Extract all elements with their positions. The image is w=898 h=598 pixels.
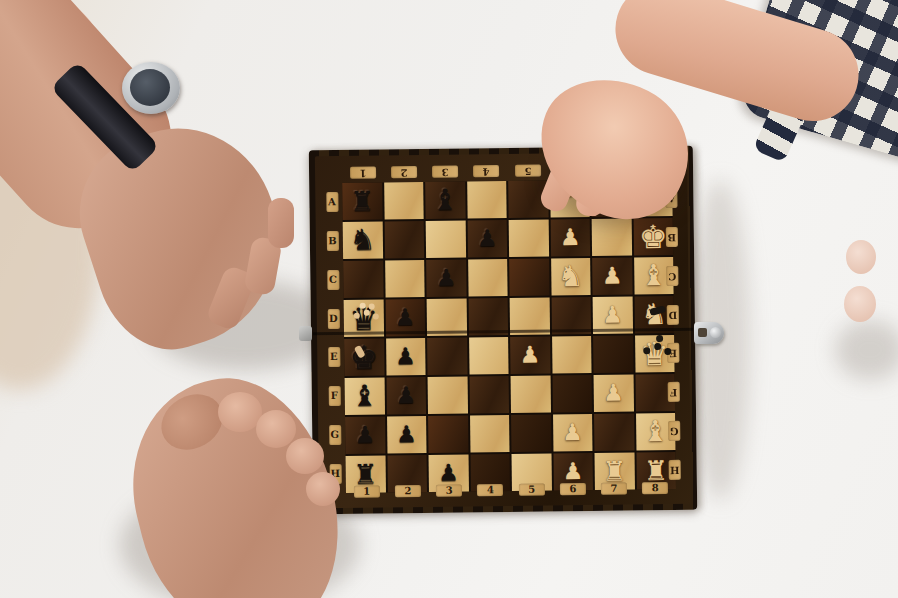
black-knight[interactable]: ♞ bbox=[349, 226, 375, 255]
black-queen[interactable]: ♛ bbox=[349, 302, 378, 334]
white-pawn[interactable]: ♟ bbox=[562, 421, 583, 444]
fist-knuckle bbox=[256, 410, 296, 448]
file-label-left-cell: F bbox=[326, 377, 343, 416]
square-b6[interactable]: ♟ bbox=[550, 219, 590, 256]
file-label-left-cell: B bbox=[324, 222, 341, 261]
white-pawn[interactable]: ♟ bbox=[520, 344, 541, 367]
rank-label-bottom-3: 3 bbox=[436, 484, 462, 496]
right-hand-knuckle bbox=[844, 286, 876, 322]
file-label-right-F: F bbox=[667, 382, 679, 402]
square-d1[interactable]: ♛ bbox=[344, 299, 384, 336]
white-pawn[interactable]: ♟ bbox=[603, 382, 624, 405]
square-e7[interactable] bbox=[593, 335, 633, 372]
white-pawn[interactable]: ♟ bbox=[560, 226, 581, 249]
white-king[interactable]: ♚ bbox=[639, 220, 668, 252]
rank-label-top-cell: 1 bbox=[342, 163, 383, 181]
square-g2[interactable]: ♟ bbox=[387, 416, 427, 453]
square-e8[interactable]: ♛ bbox=[635, 335, 675, 372]
white-pawn[interactable]: ♟ bbox=[602, 265, 623, 288]
rank-label-top-1: 1 bbox=[350, 166, 376, 178]
rank-label-bottom-6: 6 bbox=[560, 483, 586, 495]
file-label-left-cell: G bbox=[326, 415, 343, 454]
file-label-right-H: H bbox=[668, 459, 680, 479]
white-rook[interactable]: ♜ bbox=[644, 457, 669, 484]
rank-label-top-cell: 3 bbox=[424, 162, 465, 180]
square-e1[interactable]: ♚ bbox=[344, 338, 384, 375]
square-g1[interactable]: ♟ bbox=[345, 416, 385, 453]
fold-clasp bbox=[694, 322, 724, 344]
file-label-left-cell: A bbox=[323, 183, 340, 222]
square-b2[interactable] bbox=[384, 221, 424, 258]
file-label-right-C: C bbox=[666, 266, 678, 286]
fist-knuckle bbox=[286, 438, 324, 474]
square-a2[interactable] bbox=[384, 182, 424, 219]
black-pawn[interactable]: ♟ bbox=[395, 306, 416, 329]
file-labels-left: ABCDEFGH bbox=[323, 183, 344, 493]
white-bishop[interactable]: ♝ bbox=[642, 417, 668, 446]
square-b8[interactable]: ♚ bbox=[633, 218, 673, 255]
file-label-left-B: B bbox=[326, 231, 338, 251]
square-e6[interactable] bbox=[552, 336, 592, 373]
square-b3[interactable] bbox=[426, 220, 466, 257]
file-label-left-C: C bbox=[327, 270, 339, 290]
square-f1[interactable]: ♝ bbox=[345, 377, 385, 414]
square-g4[interactable] bbox=[470, 415, 510, 452]
balls-cream-accent bbox=[363, 309, 369, 315]
square-c7[interactable]: ♟ bbox=[592, 257, 632, 294]
rank-label-top-4: 4 bbox=[473, 165, 499, 177]
black-pawn[interactable]: ♟ bbox=[436, 267, 457, 290]
file-label-left-E: E bbox=[328, 347, 340, 367]
black-pawn[interactable]: ♟ bbox=[395, 345, 416, 368]
file-label-left-A: A bbox=[326, 192, 338, 212]
square-f6[interactable] bbox=[552, 375, 592, 412]
square-c3[interactable]: ♟ bbox=[426, 259, 466, 296]
square-a4[interactable] bbox=[467, 181, 507, 218]
square-b4[interactable]: ♟ bbox=[467, 220, 507, 257]
square-a1[interactable]: ♜ bbox=[342, 182, 382, 219]
white-queen[interactable]: ♛ bbox=[640, 337, 669, 369]
black-rook[interactable]: ♜ bbox=[350, 188, 375, 215]
square-g3[interactable] bbox=[428, 415, 468, 452]
rank-label-bottom-cell: 2 bbox=[387, 482, 428, 500]
square-c5[interactable] bbox=[509, 258, 549, 295]
wristwatch-dial bbox=[130, 69, 170, 106]
hinge-pin bbox=[299, 326, 312, 341]
black-pawn[interactable]: ♟ bbox=[396, 423, 417, 446]
file-label-left-cell: C bbox=[324, 260, 341, 299]
photo-scene: 12345678 12345678 ABCDEFGH ABCDEFGH ♜♝♟♞… bbox=[0, 0, 898, 598]
file-label-right-D: D bbox=[666, 304, 678, 324]
square-c1[interactable] bbox=[343, 260, 383, 297]
board-grid: ♜♝♟♞♟♟♚♟♞♟♝♛♟♟♞♚♟♟♛♝♟♟♟♟♟♝♜♟♟♜♜ bbox=[342, 179, 676, 493]
black-rook[interactable]: ♜ bbox=[353, 461, 378, 488]
square-b1[interactable]: ♞ bbox=[343, 221, 383, 258]
file-label-left-D: D bbox=[327, 309, 339, 329]
rank-label-top-cell: 2 bbox=[383, 163, 424, 181]
square-g6[interactable]: ♟ bbox=[553, 414, 593, 451]
right-hand-knuckle bbox=[846, 240, 876, 274]
black-pawn[interactable]: ♟ bbox=[355, 424, 376, 447]
black-pawn[interactable]: ♟ bbox=[477, 227, 498, 250]
rank-label-top-5: 5 bbox=[515, 164, 541, 176]
square-c6[interactable]: ♞ bbox=[551, 258, 591, 295]
rank-label-top-2: 2 bbox=[391, 166, 417, 178]
square-e2[interactable]: ♟ bbox=[386, 338, 426, 375]
square-e3[interactable] bbox=[427, 337, 467, 374]
file-label-left-F: F bbox=[328, 386, 340, 406]
square-b5[interactable] bbox=[509, 219, 549, 256]
black-bishop[interactable]: ♝ bbox=[351, 382, 377, 411]
left-hand-finger bbox=[268, 198, 294, 248]
rank-label-bottom-2: 2 bbox=[395, 485, 421, 497]
square-a3[interactable]: ♝ bbox=[425, 181, 465, 218]
rank-label-top-3: 3 bbox=[432, 165, 458, 177]
shadow-under-right-hand bbox=[835, 320, 898, 380]
square-e4[interactable] bbox=[469, 337, 509, 374]
square-g7[interactable] bbox=[594, 413, 634, 450]
white-rook[interactable]: ♜ bbox=[602, 458, 627, 485]
file-label-left-G: G bbox=[329, 425, 341, 445]
white-knight[interactable]: ♞ bbox=[557, 262, 583, 291]
square-c2[interactable] bbox=[385, 260, 425, 297]
rank-label-bottom-cell: 4 bbox=[470, 481, 511, 499]
square-g5[interactable] bbox=[511, 414, 551, 451]
rank-label-top-cell: 4 bbox=[466, 162, 507, 180]
square-f7[interactable]: ♟ bbox=[594, 374, 634, 411]
black-pawn[interactable]: ♟ bbox=[438, 462, 459, 485]
wristwatch-case bbox=[122, 62, 180, 114]
rank-label-bottom-4: 4 bbox=[477, 484, 503, 496]
square-f5[interactable] bbox=[511, 375, 551, 412]
square-e5[interactable]: ♟ bbox=[510, 336, 550, 373]
black-king[interactable]: ♚ bbox=[350, 341, 379, 373]
fist-knuckle bbox=[306, 472, 340, 506]
white-bishop[interactable]: ♝ bbox=[640, 261, 666, 290]
rank-label-bottom-5: 5 bbox=[518, 483, 544, 495]
rank-label-top-cell: 5 bbox=[507, 161, 548, 179]
file-label-right-G: G bbox=[668, 421, 680, 441]
square-f2[interactable]: ♟ bbox=[386, 377, 426, 414]
white-pawn[interactable]: ♟ bbox=[563, 460, 584, 483]
rank-label-bottom-cell: 5 bbox=[511, 480, 552, 498]
black-bishop[interactable]: ♝ bbox=[432, 186, 458, 215]
file-label-left-cell: E bbox=[325, 338, 342, 377]
square-f4[interactable] bbox=[469, 376, 509, 413]
square-f3[interactable] bbox=[428, 376, 468, 413]
file-label-right-cell: F bbox=[665, 373, 682, 412]
black-pawn[interactable]: ♟ bbox=[396, 384, 417, 407]
white-pawn[interactable]: ♟ bbox=[602, 304, 623, 327]
square-c4[interactable] bbox=[468, 259, 508, 296]
